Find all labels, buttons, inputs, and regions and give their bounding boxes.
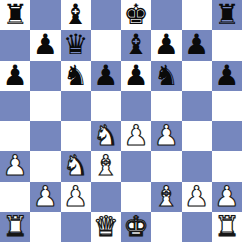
square-a5[interactable]	[0, 91, 30, 121]
square-e5[interactable]	[121, 91, 151, 121]
square-c5[interactable]	[61, 91, 91, 121]
square-f5[interactable]	[151, 91, 181, 121]
square-e6[interactable]: ♟	[121, 61, 151, 91]
black-rook-h8[interactable]: ♜	[214, 0, 239, 30]
square-c3[interactable]: ♞	[61, 151, 91, 181]
square-e8[interactable]: ♚	[121, 0, 151, 30]
white-pawn-e4[interactable]: ♟	[124, 121, 149, 151]
black-bishop-e7[interactable]: ♝	[124, 30, 149, 60]
square-a1[interactable]: ♜	[0, 212, 30, 242]
square-g4[interactable]	[182, 121, 212, 151]
square-b1[interactable]	[30, 212, 60, 242]
black-pawn-f7[interactable]: ♟	[154, 30, 179, 60]
square-c8[interactable]: ♝	[61, 0, 91, 30]
square-h1[interactable]: ♜	[212, 212, 242, 242]
square-g5[interactable]	[182, 91, 212, 121]
square-a4[interactable]	[0, 121, 30, 151]
black-pawn-b7[interactable]: ♟	[33, 30, 58, 60]
square-g6[interactable]	[182, 61, 212, 91]
square-d6[interactable]: ♟	[91, 61, 121, 91]
square-f8[interactable]	[151, 0, 181, 30]
black-pawn-a6[interactable]: ♟	[3, 61, 28, 91]
square-g2[interactable]: ♟	[182, 182, 212, 212]
square-c4[interactable]	[61, 121, 91, 151]
black-pawn-e6[interactable]: ♟	[124, 61, 149, 91]
square-g7[interactable]: ♟	[182, 30, 212, 60]
white-pawn-h2[interactable]: ♟	[214, 182, 239, 212]
square-b8[interactable]	[30, 0, 60, 30]
square-h3[interactable]	[212, 151, 242, 181]
white-pawn-a3[interactable]: ♟	[3, 151, 28, 181]
square-g1[interactable]	[182, 212, 212, 242]
square-b2[interactable]: ♟	[30, 182, 60, 212]
white-king-e1[interactable]: ♚	[124, 212, 149, 242]
square-g8[interactable]	[182, 0, 212, 30]
square-d1[interactable]: ♛	[91, 212, 121, 242]
square-d3[interactable]: ♝	[91, 151, 121, 181]
square-a6[interactable]: ♟	[0, 61, 30, 91]
square-d5[interactable]	[91, 91, 121, 121]
square-e1[interactable]: ♚	[121, 212, 151, 242]
black-rook-a8[interactable]: ♜	[3, 0, 28, 30]
square-d2[interactable]	[91, 182, 121, 212]
square-c6[interactable]: ♞	[61, 61, 91, 91]
white-rook-h1[interactable]: ♜	[214, 212, 239, 242]
square-b4[interactable]	[30, 121, 60, 151]
square-e3[interactable]	[121, 151, 151, 181]
white-pawn-g2[interactable]: ♟	[184, 182, 209, 212]
square-f4[interactable]: ♟	[151, 121, 181, 151]
square-c2[interactable]: ♟	[61, 182, 91, 212]
black-pawn-g7[interactable]: ♟	[184, 30, 209, 60]
square-d4[interactable]: ♞	[91, 121, 121, 151]
square-b3[interactable]	[30, 151, 60, 181]
square-b6[interactable]	[30, 61, 60, 91]
square-d8[interactable]	[91, 0, 121, 30]
square-c1[interactable]	[61, 212, 91, 242]
white-queen-d1[interactable]: ♛	[93, 212, 118, 242]
black-king-e8[interactable]: ♚	[124, 0, 149, 30]
square-a3[interactable]: ♟	[0, 151, 30, 181]
square-f3[interactable]	[151, 151, 181, 181]
square-h5[interactable]	[212, 91, 242, 121]
black-bishop-c8[interactable]: ♝	[63, 0, 88, 30]
square-f2[interactable]: ♝	[151, 182, 181, 212]
square-f7[interactable]: ♟	[151, 30, 181, 60]
black-knight-c6[interactable]: ♞	[63, 61, 88, 91]
white-bishop-f2[interactable]: ♝	[154, 182, 179, 212]
black-knight-f6[interactable]: ♞	[154, 61, 179, 91]
square-a7[interactable]	[0, 30, 30, 60]
square-a8[interactable]: ♜	[0, 0, 30, 30]
square-h4[interactable]	[212, 121, 242, 151]
white-pawn-f4[interactable]: ♟	[154, 121, 179, 151]
square-h6[interactable]: ♟	[212, 61, 242, 91]
square-d7[interactable]	[91, 30, 121, 60]
white-bishop-d3[interactable]: ♝	[93, 151, 118, 181]
square-f1[interactable]	[151, 212, 181, 242]
white-pawn-b2[interactable]: ♟	[33, 182, 58, 212]
white-rook-a1[interactable]: ♜	[3, 212, 28, 242]
square-h7[interactable]	[212, 30, 242, 60]
square-c7[interactable]: ♛	[61, 30, 91, 60]
square-h8[interactable]: ♜	[212, 0, 242, 30]
square-f6[interactable]: ♞	[151, 61, 181, 91]
square-g3[interactable]	[182, 151, 212, 181]
white-knight-c3[interactable]: ♞	[63, 151, 88, 181]
chess-board: ♜♝♚♜♟♛♝♟♟♟♞♟♟♞♟♞♟♟♟♞♝♟♟♝♟♟♜♛♚♜	[0, 0, 242, 242]
square-a2[interactable]	[0, 182, 30, 212]
white-knight-d4[interactable]: ♞	[93, 121, 118, 151]
black-queen-c7[interactable]: ♛	[63, 30, 88, 60]
square-h2[interactable]: ♟	[212, 182, 242, 212]
square-e7[interactable]: ♝	[121, 30, 151, 60]
square-b5[interactable]	[30, 91, 60, 121]
square-e4[interactable]: ♟	[121, 121, 151, 151]
white-pawn-c2[interactable]: ♟	[63, 182, 88, 212]
black-pawn-h6[interactable]: ♟	[214, 61, 239, 91]
square-b7[interactable]: ♟	[30, 30, 60, 60]
square-e2[interactable]	[121, 182, 151, 212]
black-pawn-d6[interactable]: ♟	[93, 61, 118, 91]
